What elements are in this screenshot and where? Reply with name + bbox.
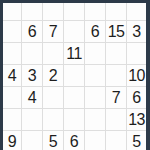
cell-r7c7[interactable]: 5 xyxy=(127,131,146,150)
cell-r3c6[interactable] xyxy=(106,43,126,64)
cell-r7c5[interactable] xyxy=(85,131,105,150)
cell-r4c5[interactable] xyxy=(85,65,105,86)
cell-r2c1[interactable] xyxy=(3,21,21,42)
puzzle-board: 6 7 6 15 3 11 4 3 2 10 4 7 6 13 9 5 xyxy=(0,0,150,150)
cell-r6c6[interactable] xyxy=(106,109,126,130)
cell-r3c1[interactable] xyxy=(3,43,21,64)
cell-r2c6[interactable]: 15 xyxy=(106,21,126,42)
cell-r5c5[interactable] xyxy=(85,87,105,108)
cell-r2c7[interactable]: 3 xyxy=(127,21,146,42)
cell-r2c3[interactable]: 7 xyxy=(43,21,63,42)
cell-r4c6[interactable] xyxy=(106,65,126,86)
cell-r3c3[interactable] xyxy=(43,43,63,64)
cell-r6c3[interactable] xyxy=(43,109,63,130)
cell-r1c7[interactable] xyxy=(127,3,146,20)
cell-r1c2[interactable] xyxy=(22,3,42,20)
cell-r3c4[interactable]: 11 xyxy=(64,43,84,64)
cell-r5c7[interactable]: 6 xyxy=(127,87,146,108)
cell-r1c3[interactable] xyxy=(43,3,63,20)
cell-r7c6[interactable] xyxy=(106,131,126,150)
cell-r2c4[interactable] xyxy=(64,21,84,42)
cell-r3c7[interactable] xyxy=(127,43,146,64)
cell-r3c5[interactable] xyxy=(85,43,105,64)
cell-r7c2[interactable] xyxy=(22,131,42,150)
cell-r1c1[interactable] xyxy=(3,3,21,20)
cell-r6c7[interactable]: 13 xyxy=(127,109,146,130)
cell-r5c1[interactable] xyxy=(3,87,21,108)
puzzle-grid: 6 7 6 15 3 11 4 3 2 10 4 7 6 13 9 5 xyxy=(3,3,146,150)
cell-r5c3[interactable] xyxy=(43,87,63,108)
cell-r6c2[interactable] xyxy=(22,109,42,130)
cell-r5c6[interactable]: 7 xyxy=(106,87,126,108)
cell-r1c5[interactable] xyxy=(85,3,105,20)
cell-r7c1[interactable]: 9 xyxy=(3,131,21,150)
cell-r4c7[interactable]: 10 xyxy=(127,65,146,86)
cell-r5c4[interactable] xyxy=(64,87,84,108)
cell-r7c3[interactable]: 5 xyxy=(43,131,63,150)
cell-r4c3[interactable]: 2 xyxy=(43,65,63,86)
cell-r4c4[interactable] xyxy=(64,65,84,86)
cell-r4c2[interactable]: 3 xyxy=(22,65,42,86)
cell-r6c5[interactable] xyxy=(85,109,105,130)
cell-r6c1[interactable] xyxy=(3,109,21,130)
cell-r5c2[interactable]: 4 xyxy=(22,87,42,108)
cell-r3c2[interactable] xyxy=(22,43,42,64)
cell-r2c5[interactable]: 6 xyxy=(85,21,105,42)
cell-r1c6[interactable] xyxy=(106,3,126,20)
cell-r7c4[interactable]: 6 xyxy=(64,131,84,150)
cell-r1c4[interactable] xyxy=(64,3,84,20)
cell-r4c1[interactable]: 4 xyxy=(3,65,21,86)
cell-r6c4[interactable] xyxy=(64,109,84,130)
cell-r2c2[interactable]: 6 xyxy=(22,21,42,42)
